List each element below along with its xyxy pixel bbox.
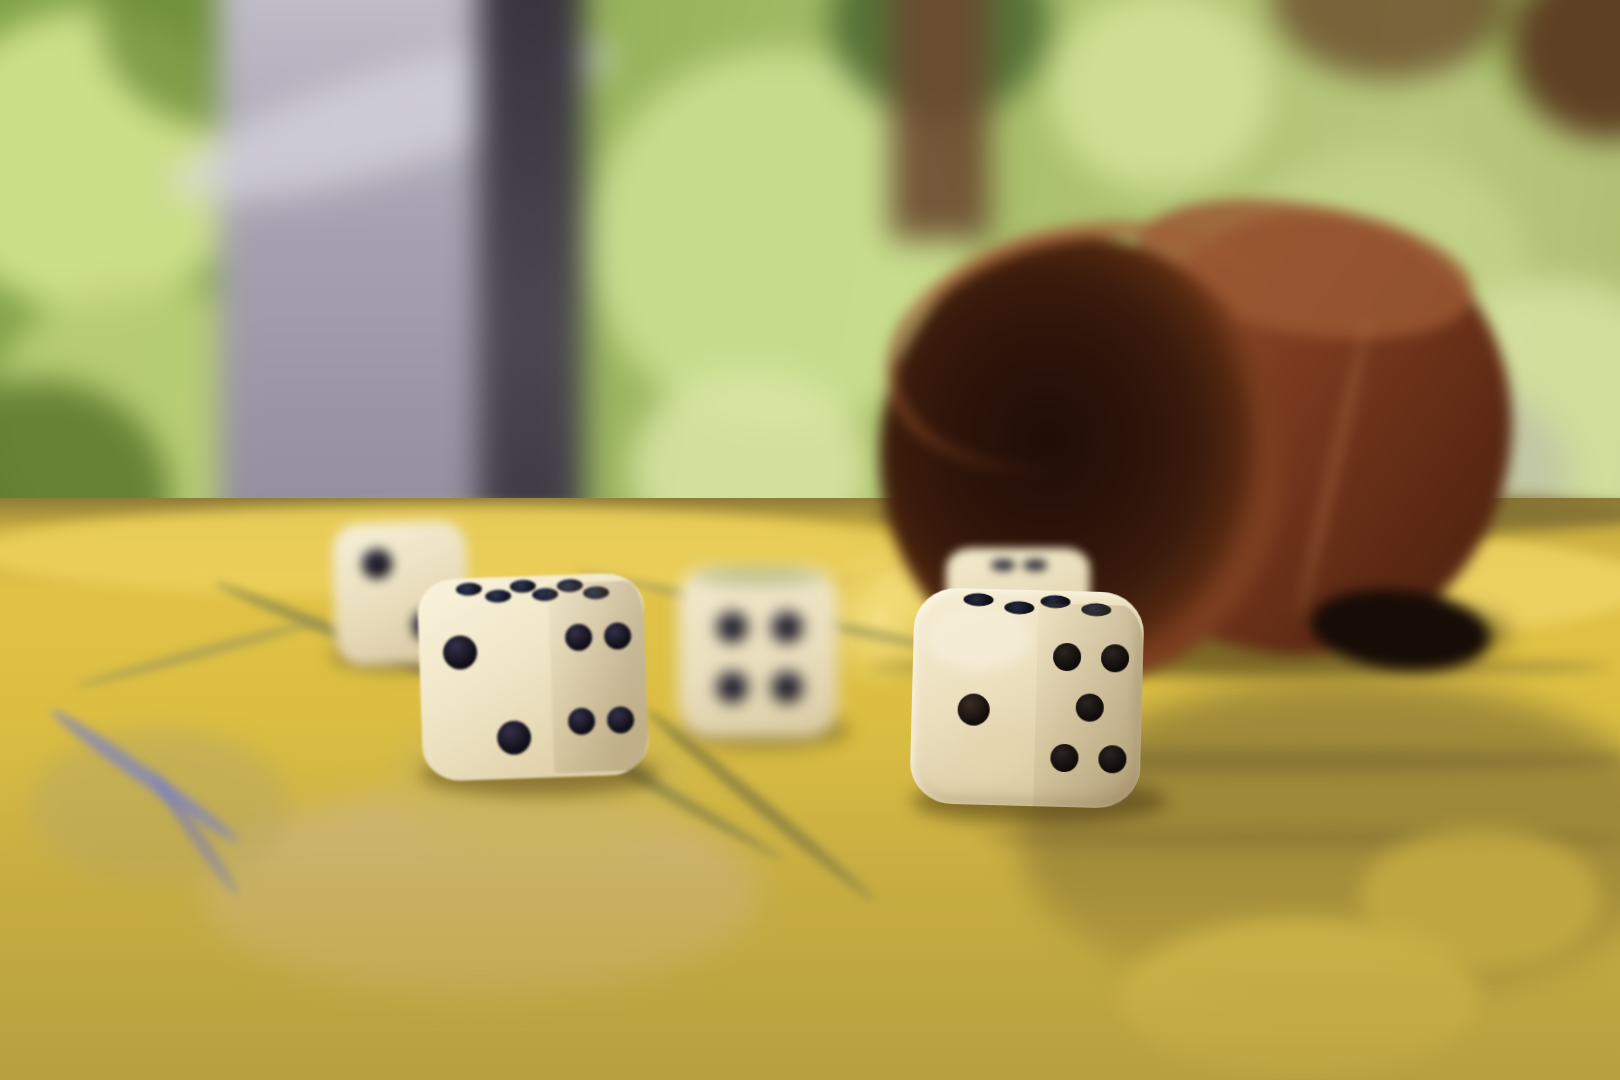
- die-center-left: [417, 572, 650, 782]
- foreground-defocus: [0, 820, 1620, 1080]
- die-middle: [678, 566, 838, 738]
- die-pip: [771, 611, 802, 642]
- die-pip: [964, 592, 994, 606]
- die-pip: [957, 693, 990, 726]
- table-olive-vein: [73, 615, 327, 692]
- die-pip: [362, 549, 393, 580]
- die-pip: [1023, 560, 1047, 571]
- photo-scene: [0, 0, 1620, 1080]
- die-right-face: [548, 580, 649, 773]
- die-top-reflection: [694, 566, 822, 587]
- die-pip: [564, 624, 592, 652]
- die-pip: [443, 635, 478, 670]
- die-pip: [1053, 642, 1082, 671]
- die-pip: [1004, 601, 1034, 615]
- die-pip: [1076, 694, 1105, 723]
- die-pip: [1101, 644, 1130, 673]
- die-pip: [771, 672, 802, 703]
- die-pip: [1050, 744, 1079, 773]
- die-right-face: [1033, 603, 1144, 809]
- die-pip: [604, 622, 632, 650]
- die-pip: [485, 590, 511, 604]
- die-front-right: [909, 587, 1145, 809]
- die-front-face: [909, 613, 1038, 806]
- die-pip: [1099, 745, 1128, 774]
- die-front-face: [422, 604, 550, 778]
- die-pip: [510, 579, 536, 593]
- die-front-face: [692, 587, 823, 725]
- die-pip: [607, 706, 635, 734]
- die-pip: [716, 611, 747, 642]
- die-pip: [991, 560, 1015, 571]
- die-pip: [716, 672, 747, 703]
- die-top-face: [958, 550, 1079, 580]
- die-pip: [497, 720, 532, 755]
- die-pip: [567, 707, 595, 735]
- die-pip: [456, 582, 482, 596]
